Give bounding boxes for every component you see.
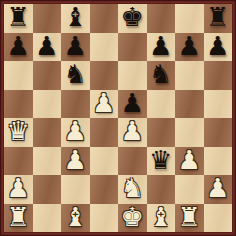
square-a4[interactable]: ♛: [4, 118, 33, 147]
square-g4[interactable]: [175, 118, 204, 147]
square-d2[interactable]: [90, 175, 119, 204]
square-d6[interactable]: [90, 61, 119, 90]
square-d3[interactable]: [90, 147, 119, 176]
black-pawn: ♟: [149, 33, 172, 61]
black-knight: ♞: [64, 61, 87, 89]
square-h1[interactable]: [204, 204, 233, 233]
white-pawn: ♟: [64, 147, 87, 175]
white-pawn: ♟: [178, 147, 201, 175]
white-pawn: ♟: [7, 175, 30, 203]
black-king: ♚: [121, 4, 144, 32]
square-c7[interactable]: ♟: [61, 33, 90, 62]
square-a6[interactable]: [4, 61, 33, 90]
square-e5[interactable]: ♟: [118, 90, 147, 119]
square-b2[interactable]: [33, 175, 62, 204]
square-b4[interactable]: [33, 118, 62, 147]
square-a2[interactable]: ♟: [4, 175, 33, 204]
black-pawn: ♟: [7, 33, 30, 61]
square-e3[interactable]: [118, 147, 147, 176]
square-c3[interactable]: ♟: [61, 147, 90, 176]
square-e6[interactable]: [118, 61, 147, 90]
square-h5[interactable]: [204, 90, 233, 119]
square-f5[interactable]: [147, 90, 176, 119]
square-h7[interactable]: ♟: [204, 33, 233, 62]
square-h8[interactable]: ♜: [204, 4, 233, 33]
square-f4[interactable]: [147, 118, 176, 147]
square-e2[interactable]: ♞: [118, 175, 147, 204]
square-e1[interactable]: ♚: [118, 204, 147, 233]
square-a5[interactable]: [4, 90, 33, 119]
square-b8[interactable]: [33, 4, 62, 33]
square-h4[interactable]: [204, 118, 233, 147]
black-rook: ♜: [7, 4, 30, 32]
square-d8[interactable]: [90, 4, 119, 33]
square-b5[interactable]: [33, 90, 62, 119]
white-knight: ♞: [121, 175, 144, 203]
white-queen: ♛: [7, 118, 30, 146]
square-a1[interactable]: ♜: [4, 204, 33, 233]
square-a7[interactable]: ♟: [4, 33, 33, 62]
square-h3[interactable]: [204, 147, 233, 176]
square-c5[interactable]: [61, 90, 90, 119]
white-pawn: ♟: [64, 118, 87, 146]
square-d7[interactable]: [90, 33, 119, 62]
square-b6[interactable]: [33, 61, 62, 90]
black-rook: ♜: [206, 4, 229, 32]
black-bishop: ♝: [64, 4, 87, 32]
square-a8[interactable]: ♜: [4, 4, 33, 33]
square-h6[interactable]: [204, 61, 233, 90]
chessboard: ♜♝♚♜♟♟♟♟♟♟♞♞♟♟♛♟♟♟♛♟♟♞♟♜♝♚♝♜: [4, 4, 232, 232]
square-c2[interactable]: [61, 175, 90, 204]
black-pawn: ♟: [35, 33, 58, 61]
square-e8[interactable]: ♚: [118, 4, 147, 33]
square-f2[interactable]: [147, 175, 176, 204]
square-f1[interactable]: ♝: [147, 204, 176, 233]
board-frame: ♜♝♚♜♟♟♟♟♟♟♞♞♟♟♛♟♟♟♛♟♟♞♟♜♝♚♝♜: [0, 0, 236, 236]
white-king: ♚: [121, 204, 144, 232]
white-pawn: ♟: [121, 118, 144, 146]
square-d5[interactable]: ♟: [90, 90, 119, 119]
square-d1[interactable]: [90, 204, 119, 233]
square-f8[interactable]: [147, 4, 176, 33]
square-g5[interactable]: [175, 90, 204, 119]
white-pawn: ♟: [206, 175, 229, 203]
white-bishop: ♝: [64, 204, 87, 232]
square-b1[interactable]: [33, 204, 62, 233]
square-b3[interactable]: [33, 147, 62, 176]
square-f6[interactable]: ♞: [147, 61, 176, 90]
square-h2[interactable]: ♟: [204, 175, 233, 204]
black-queen: ♛: [149, 147, 172, 175]
square-c8[interactable]: ♝: [61, 4, 90, 33]
square-d4[interactable]: [90, 118, 119, 147]
square-e4[interactable]: ♟: [118, 118, 147, 147]
black-pawn: ♟: [64, 33, 87, 61]
square-e7[interactable]: [118, 33, 147, 62]
white-rook: ♜: [7, 204, 30, 232]
square-g7[interactable]: ♟: [175, 33, 204, 62]
square-f3[interactable]: ♛: [147, 147, 176, 176]
square-c1[interactable]: ♝: [61, 204, 90, 233]
square-c4[interactable]: ♟: [61, 118, 90, 147]
square-g2[interactable]: [175, 175, 204, 204]
square-a3[interactable]: [4, 147, 33, 176]
black-pawn: ♟: [206, 33, 229, 61]
black-pawn: ♟: [121, 90, 144, 118]
white-rook: ♜: [178, 204, 201, 232]
square-g3[interactable]: ♟: [175, 147, 204, 176]
black-knight: ♞: [149, 61, 172, 89]
square-g1[interactable]: ♜: [175, 204, 204, 233]
square-c6[interactable]: ♞: [61, 61, 90, 90]
black-pawn: ♟: [178, 33, 201, 61]
square-b7[interactable]: ♟: [33, 33, 62, 62]
square-f7[interactable]: ♟: [147, 33, 176, 62]
square-g8[interactable]: [175, 4, 204, 33]
square-g6[interactable]: [175, 61, 204, 90]
white-bishop: ♝: [149, 204, 172, 232]
white-pawn: ♟: [92, 90, 115, 118]
